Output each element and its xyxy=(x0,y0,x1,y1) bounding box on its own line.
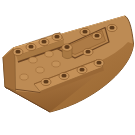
solid-stud-1 xyxy=(20,74,28,80)
hollow-stud-hole-5 xyxy=(82,30,87,34)
hollow-stud-hole-8 xyxy=(85,50,90,54)
lego-brick-illustration xyxy=(0,0,135,135)
hollow-stud-hole-1 xyxy=(15,50,20,54)
hollow-stud-hole-12 xyxy=(96,61,101,65)
hollow-stud-hole-3 xyxy=(41,40,46,44)
center-tube-hole xyxy=(64,45,69,49)
hollow-stud-hole-7 xyxy=(94,34,99,38)
left-end-wall xyxy=(3,48,16,91)
hollow-stud-hole-10 xyxy=(61,74,66,78)
solid-stud-5 xyxy=(45,51,53,57)
hollow-stud-hole-6 xyxy=(109,26,114,30)
page-background xyxy=(0,0,135,135)
solid-stud-2 xyxy=(36,67,44,73)
brick-shape-layer xyxy=(3,16,134,112)
hollow-stud-hole-9 xyxy=(43,80,48,84)
solid-stud-3 xyxy=(52,61,60,67)
hollow-stud-hole-11 xyxy=(79,68,84,72)
hollow-stud-hole-4 xyxy=(54,35,59,39)
hollow-stud-hole-2 xyxy=(28,45,33,49)
solid-stud-4 xyxy=(29,57,37,63)
